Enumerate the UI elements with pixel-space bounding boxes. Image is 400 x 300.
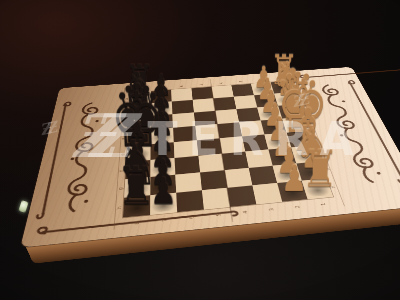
square-d4	[217, 122, 242, 138]
square-d5	[195, 124, 219, 140]
square-h2: ♟	[277, 181, 308, 202]
square-d3	[239, 121, 264, 137]
square-b3	[234, 95, 258, 109]
coord-label: 5	[196, 79, 206, 91]
square-c6	[172, 113, 195, 128]
board-top-surface: 87654321 87654321 abcdefgh abcdefgh ♜♟♟♜…	[20, 67, 400, 248]
photo-background: 87654321 87654321 abcdefgh abcdefgh ♜♟♟♜…	[0, 0, 400, 300]
square-h3	[252, 183, 282, 204]
square-c4	[215, 109, 239, 124]
piece-black-rook: ♜	[116, 160, 156, 212]
square-f6	[175, 156, 200, 175]
piece-white-pawn: ♟	[281, 161, 308, 197]
square-b5	[193, 98, 216, 112]
board-clasp	[18, 200, 28, 213]
square-f4	[222, 152, 249, 170]
square-g3	[249, 166, 278, 186]
square-c5	[194, 111, 217, 126]
square-h4	[227, 185, 256, 207]
square-h8: ♜	[123, 195, 150, 217]
coord-label: 3	[235, 76, 246, 88]
square-h6	[176, 190, 204, 212]
square-b4	[213, 97, 236, 111]
coord-label: 4	[216, 77, 226, 89]
coord-label: 6	[177, 80, 186, 92]
chess-board: 87654321 87654321 abcdefgh abcdefgh ♜♟♟♜…	[20, 67, 400, 248]
square-e5	[197, 138, 222, 155]
